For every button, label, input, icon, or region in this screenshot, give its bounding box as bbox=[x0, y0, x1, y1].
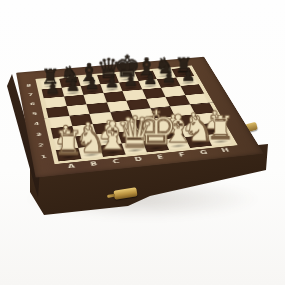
file-label-f: F bbox=[176, 152, 189, 158]
rank-label-7: 7 bbox=[25, 93, 36, 97]
file-label-a: A bbox=[65, 164, 77, 170]
file-label-e: E bbox=[154, 155, 167, 161]
clasp-pin-icon bbox=[107, 194, 115, 198]
chess-set-photo: ABCDEFGH 12345678 ♜♞♝♛♚♝♞♜♟♟♟♟♟♟♟♟♟♟♟♟♟♟… bbox=[0, 0, 285, 285]
file-label-b: B bbox=[88, 161, 100, 167]
rank-label-5: 5 bbox=[29, 111, 41, 116]
rank-label-8: 8 bbox=[23, 84, 34, 88]
file-label-d: D bbox=[132, 157, 145, 163]
file-label-g: G bbox=[198, 150, 211, 156]
rank-label-4: 4 bbox=[31, 121, 43, 126]
rank-label-2: 2 bbox=[35, 143, 48, 148]
white-rook-icon: ♜ bbox=[54, 127, 83, 160]
rank-label-1: 1 bbox=[37, 154, 50, 159]
rank-label-6: 6 bbox=[27, 102, 39, 106]
file-label-c: C bbox=[110, 159, 122, 165]
rank-label-3: 3 bbox=[33, 132, 45, 137]
file-label-h: H bbox=[219, 148, 232, 154]
